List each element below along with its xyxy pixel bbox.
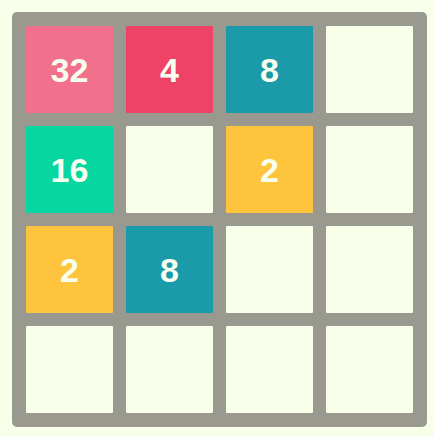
empty-cell bbox=[326, 326, 413, 413]
tile-2: 2 bbox=[26, 226, 113, 313]
tile-8: 8 bbox=[126, 226, 213, 313]
empty-cell bbox=[126, 326, 213, 413]
empty-cell bbox=[26, 326, 113, 413]
empty-cell bbox=[326, 226, 413, 313]
tile-4: 4 bbox=[126, 26, 213, 113]
empty-cell bbox=[226, 326, 313, 413]
2048-board[interactable]: 324816228 bbox=[12, 12, 427, 427]
empty-cell bbox=[326, 26, 413, 113]
empty-cell bbox=[226, 226, 313, 313]
empty-cell bbox=[126, 126, 213, 213]
tile-8: 8 bbox=[226, 26, 313, 113]
tile-2: 2 bbox=[226, 126, 313, 213]
tile-32: 32 bbox=[26, 26, 113, 113]
empty-cell bbox=[326, 126, 413, 213]
tile-16: 16 bbox=[26, 126, 113, 213]
